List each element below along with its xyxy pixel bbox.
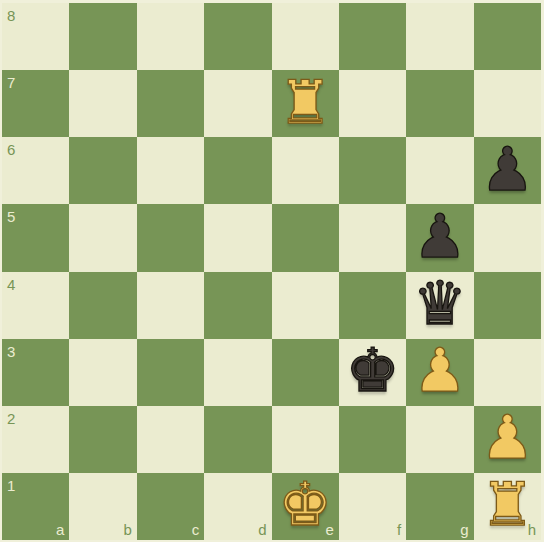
rank-label-7: 7 <box>7 75 15 90</box>
rank-label-5: 5 <box>7 209 15 224</box>
white-pawn[interactable]: ♟ <box>413 340 467 400</box>
square-f3[interactable]: ♚ <box>339 339 406 406</box>
square-b8[interactable] <box>69 3 136 70</box>
square-d1[interactable]: d <box>204 473 271 540</box>
rank-label-1: 1 <box>7 478 15 493</box>
square-a6[interactable]: 6 <box>2 137 69 204</box>
square-b3[interactable] <box>69 339 136 406</box>
rank-label-2: 2 <box>7 411 15 426</box>
file-label-f: f <box>397 522 401 537</box>
black-king[interactable]: ♚ <box>346 340 400 400</box>
rank-label-4: 4 <box>7 277 15 292</box>
square-b2[interactable] <box>69 406 136 473</box>
square-c6[interactable] <box>137 137 204 204</box>
square-h7[interactable] <box>474 70 541 137</box>
file-label-c: c <box>192 522 200 537</box>
square-g3[interactable]: ♟ <box>406 339 473 406</box>
square-h8[interactable] <box>474 3 541 70</box>
square-f2[interactable] <box>339 406 406 473</box>
square-a8[interactable]: 8 <box>2 3 69 70</box>
square-f4[interactable] <box>339 272 406 339</box>
square-c8[interactable] <box>137 3 204 70</box>
black-queen[interactable]: ♛ <box>413 273 467 333</box>
square-g4[interactable]: ♛ <box>406 272 473 339</box>
square-f6[interactable] <box>339 137 406 204</box>
square-e3[interactable] <box>272 339 339 406</box>
square-a3[interactable]: 3 <box>2 339 69 406</box>
rank-label-3: 3 <box>7 344 15 359</box>
square-e5[interactable] <box>272 204 339 271</box>
square-h3[interactable] <box>474 339 541 406</box>
square-c3[interactable] <box>137 339 204 406</box>
square-d3[interactable] <box>204 339 271 406</box>
square-f8[interactable] <box>339 3 406 70</box>
square-b5[interactable] <box>69 204 136 271</box>
square-d4[interactable] <box>204 272 271 339</box>
square-f5[interactable] <box>339 204 406 271</box>
chessboard-frame: 87♜6♟5♟4♛3♚♟2♟1abcde♚fgh♜ <box>0 0 544 542</box>
square-c5[interactable] <box>137 204 204 271</box>
square-a4[interactable]: 4 <box>2 272 69 339</box>
file-label-d: d <box>258 522 266 537</box>
square-e2[interactable] <box>272 406 339 473</box>
square-d8[interactable] <box>204 3 271 70</box>
square-c1[interactable]: c <box>137 473 204 540</box>
square-h6[interactable]: ♟ <box>474 137 541 204</box>
square-c2[interactable] <box>137 406 204 473</box>
square-h1[interactable]: h♜ <box>474 473 541 540</box>
square-d6[interactable] <box>204 137 271 204</box>
square-e8[interactable] <box>272 3 339 70</box>
square-g7[interactable] <box>406 70 473 137</box>
file-label-b: b <box>123 522 131 537</box>
black-pawn[interactable]: ♟ <box>413 206 467 266</box>
square-c7[interactable] <box>137 70 204 137</box>
square-d2[interactable] <box>204 406 271 473</box>
file-label-g: g <box>460 522 468 537</box>
chessboard: 87♜6♟5♟4♛3♚♟2♟1abcde♚fgh♜ <box>2 3 541 540</box>
square-f1[interactable]: f <box>339 473 406 540</box>
white-pawn[interactable]: ♟ <box>480 407 534 467</box>
rank-label-8: 8 <box>7 8 15 23</box>
white-rook[interactable]: ♜ <box>278 72 332 132</box>
square-h5[interactable] <box>474 204 541 271</box>
square-g6[interactable] <box>406 137 473 204</box>
square-g8[interactable] <box>406 3 473 70</box>
square-e4[interactable] <box>272 272 339 339</box>
square-f7[interactable] <box>339 70 406 137</box>
square-d7[interactable] <box>204 70 271 137</box>
square-b7[interactable] <box>69 70 136 137</box>
square-e6[interactable] <box>272 137 339 204</box>
square-g1[interactable]: g <box>406 473 473 540</box>
square-g5[interactable]: ♟ <box>406 204 473 271</box>
square-a7[interactable]: 7 <box>2 70 69 137</box>
square-d5[interactable] <box>204 204 271 271</box>
square-b6[interactable] <box>69 137 136 204</box>
rank-label-6: 6 <box>7 142 15 157</box>
square-e1[interactable]: e♚ <box>272 473 339 540</box>
file-label-a: a <box>56 522 64 537</box>
square-h2[interactable]: ♟ <box>474 406 541 473</box>
white-king[interactable]: ♚ <box>278 474 332 534</box>
black-pawn[interactable]: ♟ <box>480 139 534 199</box>
square-e7[interactable]: ♜ <box>272 70 339 137</box>
square-b1[interactable]: b <box>69 473 136 540</box>
square-b4[interactable] <box>69 272 136 339</box>
square-a2[interactable]: 2 <box>2 406 69 473</box>
square-a1[interactable]: 1a <box>2 473 69 540</box>
square-g2[interactable] <box>406 406 473 473</box>
square-a5[interactable]: 5 <box>2 204 69 271</box>
square-c4[interactable] <box>137 272 204 339</box>
square-h4[interactable] <box>474 272 541 339</box>
white-rook[interactable]: ♜ <box>480 474 534 534</box>
